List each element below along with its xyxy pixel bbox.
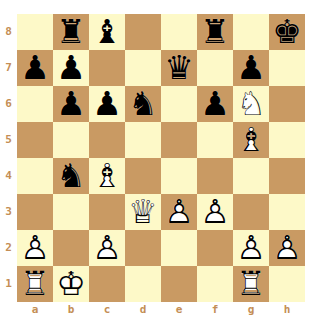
square-g3[interactable] (233, 194, 269, 230)
square-b8[interactable]: ♜ (53, 14, 89, 50)
rank-label-1: 1 (0, 266, 17, 302)
square-e2[interactable] (161, 230, 197, 266)
white-rook[interactable]: ♜♖ (233, 266, 269, 302)
file-label-f: f (197, 302, 233, 318)
square-c1[interactable] (89, 266, 125, 302)
black-knight[interactable]: ♞ (125, 86, 161, 122)
square-h7[interactable] (269, 50, 305, 86)
white-piece-outline: ♖ (233, 266, 269, 302)
square-b3[interactable] (53, 194, 89, 230)
white-pawn[interactable]: ♟♙ (161, 194, 197, 230)
white-bishop[interactable]: ♝♗ (233, 122, 269, 158)
square-c6[interactable]: ♟ (89, 86, 125, 122)
white-pawn[interactable]: ♟♙ (17, 230, 53, 266)
square-e3[interactable]: ♟♙ (161, 194, 197, 230)
square-b7[interactable]: ♟ (53, 50, 89, 86)
white-piece-outline: ♕ (125, 194, 161, 230)
white-pawn[interactable]: ♟♙ (197, 194, 233, 230)
square-d1[interactable] (125, 266, 161, 302)
file-label-g: g (233, 302, 269, 318)
square-g7[interactable]: ♟ (233, 50, 269, 86)
square-d4[interactable] (125, 158, 161, 194)
square-a8[interactable] (17, 14, 53, 50)
square-b2[interactable] (53, 230, 89, 266)
square-c3[interactable] (89, 194, 125, 230)
black-piece-glyph: ♜ (197, 14, 233, 50)
white-piece-outline: ♙ (89, 230, 125, 266)
file-label-b: b (53, 302, 89, 318)
black-knight[interactable]: ♞ (53, 158, 89, 194)
square-f5[interactable] (197, 122, 233, 158)
square-d5[interactable] (125, 122, 161, 158)
black-queen[interactable]: ♛ (161, 50, 197, 86)
square-d2[interactable] (125, 230, 161, 266)
black-rook[interactable]: ♜ (53, 14, 89, 50)
square-a5[interactable] (17, 122, 53, 158)
white-piece-outline: ♘ (233, 86, 269, 122)
square-c8[interactable]: ♝ (89, 14, 125, 50)
white-piece-outline: ♗ (89, 158, 125, 194)
square-h2[interactable]: ♟♙ (269, 230, 305, 266)
square-g8[interactable] (233, 14, 269, 50)
white-king[interactable]: ♚♔ (53, 266, 89, 302)
rank-label-2: 2 (0, 230, 17, 266)
square-c2[interactable]: ♟♙ (89, 230, 125, 266)
square-f6[interactable]: ♟ (197, 86, 233, 122)
square-g1[interactable]: ♜♖ (233, 266, 269, 302)
white-pawn[interactable]: ♟♙ (269, 230, 305, 266)
white-knight[interactable]: ♞♘ (233, 86, 269, 122)
square-a1[interactable]: ♜♖ (17, 266, 53, 302)
square-c4[interactable]: ♝♗ (89, 158, 125, 194)
square-e6[interactable] (161, 86, 197, 122)
rank-label-7: 7 (0, 50, 17, 86)
black-piece-glyph: ♟ (89, 86, 125, 122)
square-b6[interactable]: ♟ (53, 86, 89, 122)
square-g4[interactable] (233, 158, 269, 194)
square-c7[interactable] (89, 50, 125, 86)
white-rook[interactable]: ♜♖ (17, 266, 53, 302)
white-pawn[interactable]: ♟♙ (233, 230, 269, 266)
black-piece-glyph: ♟ (17, 50, 53, 86)
black-pawn[interactable]: ♟ (53, 86, 89, 122)
black-pawn[interactable]: ♟ (89, 86, 125, 122)
white-piece-outline: ♔ (53, 266, 89, 302)
black-king[interactable]: ♚ (269, 14, 305, 50)
white-piece-outline: ♙ (233, 230, 269, 266)
square-h6[interactable] (269, 86, 305, 122)
black-piece-glyph: ♟ (53, 86, 89, 122)
square-a2[interactable]: ♟♙ (17, 230, 53, 266)
white-piece-outline: ♖ (17, 266, 53, 302)
white-bishop[interactable]: ♝♗ (89, 158, 125, 194)
square-e7[interactable]: ♛ (161, 50, 197, 86)
square-f2[interactable] (197, 230, 233, 266)
black-bishop[interactable]: ♝ (89, 14, 125, 50)
black-piece-glyph: ♞ (125, 86, 161, 122)
black-rook[interactable]: ♜ (197, 14, 233, 50)
black-pawn[interactable]: ♟ (17, 50, 53, 86)
rank-label-5: 5 (0, 122, 17, 158)
square-d6[interactable]: ♞ (125, 86, 161, 122)
black-piece-glyph: ♟ (53, 50, 89, 86)
black-piece-glyph: ♟ (197, 86, 233, 122)
square-h8[interactable]: ♚ (269, 14, 305, 50)
rank-label-3: 3 (0, 194, 17, 230)
rank-label-6: 6 (0, 86, 17, 122)
file-label-h: h (269, 302, 305, 318)
chess-board: ♜♝♜♚♟♟♛♟♟♟♞♟♞♘♝♗♞♝♗♛♕♟♙♟♙♟♙♟♙♟♙♟♙♜♖♚♔♜♖ (17, 14, 305, 302)
white-queen[interactable]: ♛♕ (125, 194, 161, 230)
square-d7[interactable] (125, 50, 161, 86)
square-g6[interactable]: ♞♘ (233, 86, 269, 122)
square-d8[interactable] (125, 14, 161, 50)
black-pawn[interactable]: ♟ (197, 86, 233, 122)
black-piece-glyph: ♚ (269, 14, 305, 50)
file-label-a: a (17, 302, 53, 318)
square-e8[interactable] (161, 14, 197, 50)
square-b4[interactable]: ♞ (53, 158, 89, 194)
white-pawn[interactable]: ♟♙ (89, 230, 125, 266)
black-pawn[interactable]: ♟ (53, 50, 89, 86)
square-h3[interactable] (269, 194, 305, 230)
square-e4[interactable] (161, 158, 197, 194)
rank-label-4: 4 (0, 158, 17, 194)
square-g2[interactable]: ♟♙ (233, 230, 269, 266)
square-g5[interactable]: ♝♗ (233, 122, 269, 158)
chess-diagram: 8 7 6 5 4 3 2 1 ♜♝♜♚♟♟♛♟♟♟♞♟♞♘♝♗♞♝♗♛♕♟♙♟… (0, 0, 320, 320)
square-a3[interactable] (17, 194, 53, 230)
square-f7[interactable] (197, 50, 233, 86)
black-piece-glyph: ♝ (89, 14, 125, 50)
file-label-e: e (161, 302, 197, 318)
square-b1[interactable]: ♚♔ (53, 266, 89, 302)
square-a7[interactable]: ♟ (17, 50, 53, 86)
white-piece-outline: ♙ (161, 194, 197, 230)
square-b5[interactable] (53, 122, 89, 158)
square-f8[interactable]: ♜ (197, 14, 233, 50)
file-label-c: c (89, 302, 125, 318)
rank-labels: 8 7 6 5 4 3 2 1 (0, 14, 17, 302)
rank-label-8: 8 (0, 14, 17, 50)
square-a6[interactable] (17, 86, 53, 122)
black-piece-glyph: ♜ (53, 14, 89, 50)
square-e5[interactable] (161, 122, 197, 158)
white-piece-outline: ♙ (269, 230, 305, 266)
black-piece-glyph: ♛ (161, 50, 197, 86)
file-labels: a b c d e f g h (17, 302, 305, 318)
square-f1[interactable] (197, 266, 233, 302)
square-d3[interactable]: ♛♕ (125, 194, 161, 230)
white-piece-outline: ♙ (197, 194, 233, 230)
black-piece-glyph: ♞ (53, 158, 89, 194)
square-a4[interactable] (17, 158, 53, 194)
black-pawn[interactable]: ♟ (233, 50, 269, 86)
file-label-d: d (125, 302, 161, 318)
square-c5[interactable] (89, 122, 125, 158)
square-h5[interactable] (269, 122, 305, 158)
square-f3[interactable]: ♟♙ (197, 194, 233, 230)
black-piece-glyph: ♟ (233, 50, 269, 86)
white-piece-outline: ♗ (233, 122, 269, 158)
white-piece-outline: ♙ (17, 230, 53, 266)
square-f4[interactable] (197, 158, 233, 194)
square-e1[interactable] (161, 266, 197, 302)
square-h4[interactable] (269, 158, 305, 194)
square-h1[interactable] (269, 266, 305, 302)
